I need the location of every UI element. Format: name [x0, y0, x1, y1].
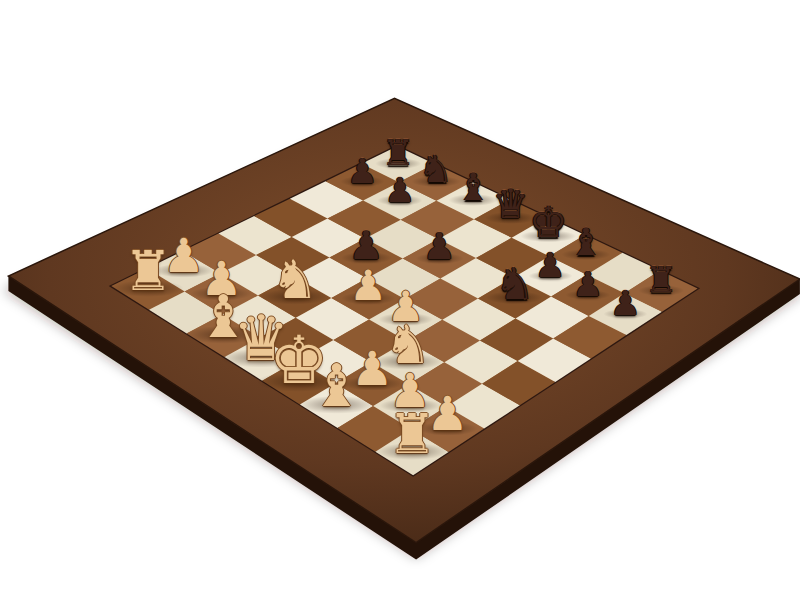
piece-glyph: ♜ [382, 135, 414, 170]
piece-glyph: ♞ [495, 262, 534, 306]
piece-glyph: ♚ [529, 202, 567, 245]
black-pawn-g7[interactable]: ♟ [572, 267, 603, 301]
piece-glyph: ♟ [423, 228, 456, 265]
piece-glyph: ♝ [456, 169, 490, 207]
black-rook-a8[interactable]: ♜ [382, 135, 414, 170]
piece-glyph: ♟ [349, 264, 386, 306]
black-pawn-b7[interactable]: ♟ [385, 173, 416, 207]
piece-glyph: ♟ [610, 286, 641, 320]
black-pawn-a7[interactable]: ♟ [347, 154, 378, 188]
black-knight-b8[interactable]: ♞ [419, 151, 453, 189]
piece-glyph: ♟ [572, 267, 603, 301]
black-king-e8[interactable]: ♚ [529, 202, 567, 245]
piece-glyph: ♟ [349, 226, 384, 265]
black-bishop-f8[interactable]: ♝ [569, 224, 603, 262]
black-pawn-f7[interactable]: ♟ [535, 248, 566, 282]
black-knight-f6[interactable]: ♞ [495, 262, 534, 306]
piece-glyph: ♛ [493, 185, 529, 225]
chess-set-photo: ♜♞♝♛♚♝♜♟♟♟♟♟♟♞♟♟♟♞♞♟♟♟♟♟♜♝♛♚♝♜ [0, 0, 800, 600]
black-queen-d8[interactable]: ♛ [493, 185, 529, 225]
black-bishop-c8[interactable]: ♝ [456, 169, 490, 207]
white-rook-a1[interactable]: ♜ [123, 244, 172, 299]
black-pawn-d6[interactable]: ♟ [423, 228, 456, 265]
piece-glyph: ♞ [271, 254, 318, 307]
piece-glyph: ♟ [385, 173, 416, 207]
black-rook-h8[interactable]: ♜ [645, 262, 677, 297]
piece-glyph: ♞ [419, 151, 453, 189]
piece-glyph: ♟ [347, 154, 378, 188]
black-pawn-h7[interactable]: ♟ [610, 286, 641, 320]
black-pawn-c5[interactable]: ♟ [349, 226, 384, 265]
white-rook-h1[interactable]: ♜ [387, 407, 436, 462]
piece-glyph: ♜ [123, 244, 172, 299]
piece-glyph: ♝ [310, 357, 363, 416]
piece-glyph: ♜ [645, 262, 677, 297]
white-bishop-f1[interactable]: ♝ [310, 357, 363, 416]
white-pawn-d4[interactable]: ♟ [349, 264, 386, 306]
white-knight-c3[interactable]: ♞ [271, 254, 318, 307]
piece-glyph: ♜ [387, 407, 436, 462]
piece-glyph: ♝ [569, 224, 603, 262]
piece-glyph: ♟ [535, 248, 566, 282]
